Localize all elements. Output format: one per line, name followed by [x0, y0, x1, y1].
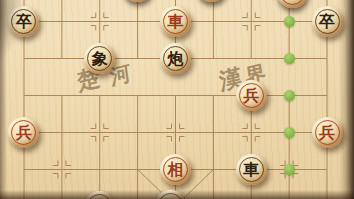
cutoff-piece-top[interactable]: [196, 0, 227, 2]
piece-glyph: 相: [160, 154, 191, 185]
piece-red-elephant[interactable]: 相: [160, 154, 191, 185]
piece-red-soldier[interactable]: 兵: [236, 80, 267, 111]
piece-edge[interactable]: [84, 191, 115, 199]
piece-red-chariot[interactable]: 車: [160, 6, 191, 37]
cutoff-piece-top[interactable]: [122, 0, 153, 2]
piece-edge[interactable]: [277, 0, 308, 8]
intersection: 車: [232, 151, 270, 188]
intersection: 相: [157, 151, 195, 188]
cutoff-piece-top[interactable]: [277, 0, 308, 8]
intersection: [270, 77, 308, 114]
move-hint-dot[interactable]: [284, 164, 295, 175]
intersection: [270, 114, 308, 151]
move-hint-dot[interactable]: [284, 90, 295, 101]
piece-red-soldier[interactable]: 兵: [312, 117, 343, 148]
piece-glyph: 炮: [160, 43, 191, 74]
xiangqi-board: 楚 河 漢 界 卒車卒象炮兵兵兵相車: [0, 0, 354, 199]
board-intersection-grid: 卒車卒象炮兵兵兵相車: [5, 3, 346, 188]
intersection: 車: [157, 3, 195, 40]
intersection: 卒: [308, 3, 346, 40]
piece-black-elephant[interactable]: 象: [84, 43, 115, 74]
intersection: 象: [81, 40, 119, 77]
piece-black-cannon[interactable]: 炮: [160, 43, 191, 74]
piece-black-soldier[interactable]: 卒: [8, 6, 39, 37]
piece-ring: [87, 194, 112, 199]
piece-glyph: 兵: [236, 80, 267, 111]
piece-edge[interactable]: [196, 0, 227, 2]
intersection: [270, 40, 308, 77]
piece-glyph: 兵: [312, 117, 343, 148]
piece-edge[interactable]: [122, 0, 153, 2]
piece-ring: [158, 193, 183, 199]
intersection: 兵: [308, 114, 346, 151]
piece-glyph: 卒: [8, 6, 39, 37]
cutoff-piece-bottom[interactable]: [155, 190, 186, 199]
move-hint-dot[interactable]: [284, 127, 295, 138]
intersection: 兵: [5, 114, 43, 151]
piece-black-soldier[interactable]: 卒: [312, 6, 343, 37]
move-hint-dot[interactable]: [284, 16, 295, 27]
intersection: 兵: [232, 77, 270, 114]
piece-glyph: 象: [84, 43, 115, 74]
piece-glyph: 車: [236, 154, 267, 185]
cutoff-piece-bottom[interactable]: [84, 191, 115, 199]
piece-ring: [280, 0, 305, 5]
intersection: [270, 3, 308, 40]
intersection: 卒: [5, 3, 43, 40]
piece-black-chariot[interactable]: 車: [236, 154, 267, 185]
move-hint-dot[interactable]: [284, 53, 295, 64]
intersection: 炮: [157, 40, 195, 77]
piece-glyph: 車: [160, 6, 191, 37]
piece-glyph: 兵: [8, 117, 39, 148]
piece-red-soldier[interactable]: 兵: [8, 117, 39, 148]
piece-glyph: 卒: [312, 6, 343, 37]
piece-edge[interactable]: [155, 190, 186, 199]
intersection: [270, 151, 308, 188]
